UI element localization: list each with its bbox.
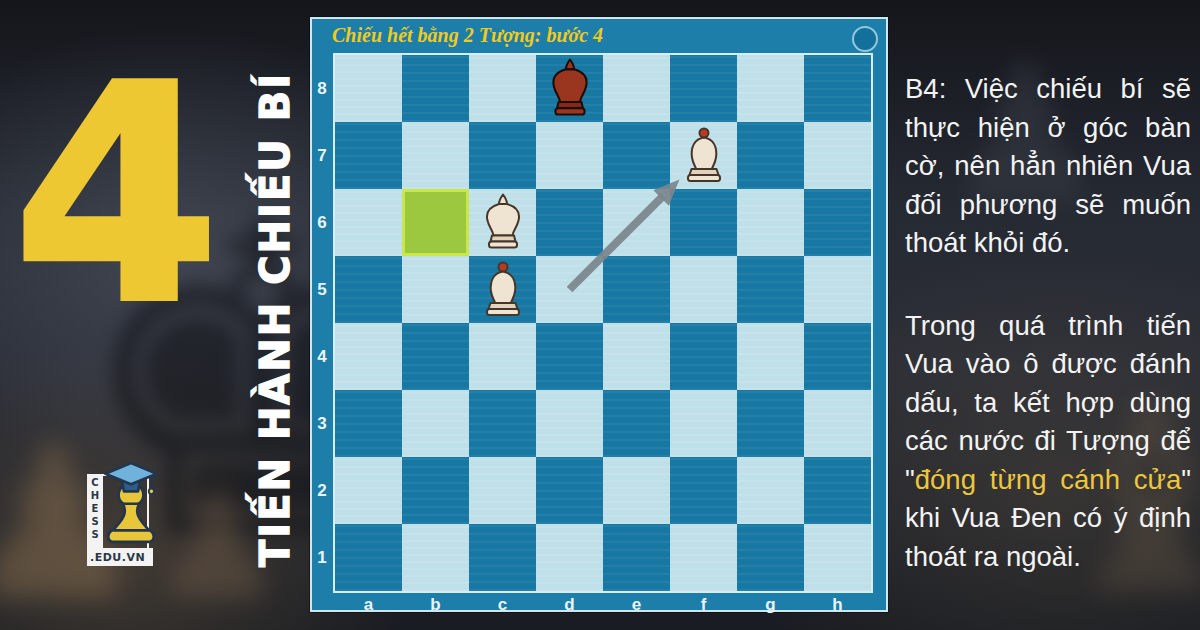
square-h6[interactable] bbox=[804, 189, 871, 256]
rank-label-2: 2 bbox=[313, 480, 331, 502]
board-grid-frame bbox=[333, 53, 873, 593]
square-f5[interactable] bbox=[670, 256, 737, 323]
square-f8[interactable] bbox=[670, 55, 737, 122]
logo-letter: S bbox=[91, 517, 98, 527]
square-f3[interactable] bbox=[670, 390, 737, 457]
square-e2[interactable] bbox=[603, 457, 670, 524]
paragraph-2-highlight: đóng từng cánh cửa bbox=[915, 464, 1181, 495]
square-e1[interactable] bbox=[603, 524, 670, 591]
logo-letter: H bbox=[91, 491, 99, 501]
rank-label-3: 3 bbox=[313, 413, 331, 435]
square-h7[interactable] bbox=[804, 122, 871, 189]
graduate-pawn-icon bbox=[100, 452, 162, 556]
square-e6[interactable] bbox=[603, 189, 670, 256]
square-a6[interactable] bbox=[335, 189, 402, 256]
square-a5[interactable] bbox=[335, 256, 402, 323]
square-g3[interactable] bbox=[737, 390, 804, 457]
square-d7[interactable] bbox=[536, 122, 603, 189]
square-g4[interactable] bbox=[737, 323, 804, 390]
square-g5[interactable] bbox=[737, 256, 804, 323]
file-label-d: d bbox=[536, 596, 603, 614]
square-h8[interactable] bbox=[804, 55, 871, 122]
square-b3[interactable] bbox=[402, 390, 469, 457]
rank-label-7: 7 bbox=[313, 145, 331, 167]
step-number: 4 bbox=[12, 46, 221, 346]
chess-edu-logo: C H E S S .EDU.VN bbox=[78, 452, 164, 578]
file-label-c: c bbox=[469, 596, 536, 614]
square-d2[interactable] bbox=[536, 457, 603, 524]
square-b7[interactable] bbox=[402, 122, 469, 189]
file-label-f: f bbox=[670, 596, 737, 614]
square-c1[interactable] bbox=[469, 524, 536, 591]
file-label-h: h bbox=[804, 596, 871, 614]
paragraph-2: Trong quá trình tiến Vua vào ô được đánh… bbox=[905, 307, 1191, 577]
square-a2[interactable] bbox=[335, 457, 402, 524]
square-d1[interactable] bbox=[536, 524, 603, 591]
explanation-text: B4: Việc chiếu bí sẽ thực hiện ở góc bàn… bbox=[905, 70, 1191, 620]
square-d6[interactable] bbox=[536, 189, 603, 256]
file-label-b: b bbox=[402, 596, 469, 614]
square-e4[interactable] bbox=[603, 323, 670, 390]
square-f2[interactable] bbox=[670, 457, 737, 524]
file-label-g: g bbox=[737, 596, 804, 614]
file-label-e: e bbox=[603, 596, 670, 614]
square-c8[interactable] bbox=[469, 55, 536, 122]
square-f4[interactable] bbox=[670, 323, 737, 390]
board-corner-circle-icon bbox=[852, 26, 878, 52]
white-king-c6[interactable] bbox=[477, 192, 529, 253]
square-b1[interactable] bbox=[402, 524, 469, 591]
logo-letter: C bbox=[91, 478, 98, 488]
square-h1[interactable] bbox=[804, 524, 871, 591]
square-f7[interactable] bbox=[670, 122, 737, 189]
square-h3[interactable] bbox=[804, 390, 871, 457]
white-bishop-f7[interactable] bbox=[679, 126, 729, 186]
square-c3[interactable] bbox=[469, 390, 536, 457]
black-king-d8[interactable] bbox=[543, 57, 597, 121]
square-a7[interactable] bbox=[335, 122, 402, 189]
white-bishop-c5[interactable] bbox=[478, 260, 528, 320]
square-b2[interactable] bbox=[402, 457, 469, 524]
square-g2[interactable] bbox=[737, 457, 804, 524]
rank-label-4: 4 bbox=[313, 346, 331, 368]
square-h2[interactable] bbox=[804, 457, 871, 524]
square-b6[interactable] bbox=[402, 189, 469, 256]
square-a4[interactable] bbox=[335, 323, 402, 390]
square-d4[interactable] bbox=[536, 323, 603, 390]
square-c5[interactable] bbox=[469, 256, 536, 323]
paragraph-1: B4: Việc chiếu bí sẽ thực hiện ở góc bàn… bbox=[905, 70, 1191, 263]
square-a3[interactable] bbox=[335, 390, 402, 457]
vertical-title: TIẾN HÀNH CHIẾU BÍ bbox=[252, 77, 302, 567]
square-d3[interactable] bbox=[536, 390, 603, 457]
rank-label-6: 6 bbox=[313, 212, 331, 234]
square-b5[interactable] bbox=[402, 256, 469, 323]
square-c4[interactable] bbox=[469, 323, 536, 390]
square-b4[interactable] bbox=[402, 323, 469, 390]
square-g8[interactable] bbox=[737, 55, 804, 122]
square-h4[interactable] bbox=[804, 323, 871, 390]
square-c6[interactable] bbox=[469, 189, 536, 256]
square-a8[interactable] bbox=[335, 55, 402, 122]
square-c2[interactable] bbox=[469, 457, 536, 524]
square-e5[interactable] bbox=[603, 256, 670, 323]
file-label-a: a bbox=[335, 596, 402, 614]
square-a1[interactable] bbox=[335, 524, 402, 591]
square-f1[interactable] bbox=[670, 524, 737, 591]
square-f6[interactable] bbox=[670, 189, 737, 256]
rank-label-5: 5 bbox=[313, 279, 331, 301]
square-e8[interactable] bbox=[603, 55, 670, 122]
logo-letter: E bbox=[92, 504, 99, 514]
square-b8[interactable] bbox=[402, 55, 469, 122]
square-e7[interactable] bbox=[603, 122, 670, 189]
square-e3[interactable] bbox=[603, 390, 670, 457]
square-g6[interactable] bbox=[737, 189, 804, 256]
square-g7[interactable] bbox=[737, 122, 804, 189]
square-d8[interactable] bbox=[536, 55, 603, 122]
chess-board-panel: Chiếu hết bằng 2 Tượng: bước 4 87654321a… bbox=[310, 17, 888, 612]
square-c7[interactable] bbox=[469, 122, 536, 189]
square-h5[interactable] bbox=[804, 256, 871, 323]
square-d5[interactable] bbox=[536, 256, 603, 323]
rank-label-1: 1 bbox=[313, 547, 331, 569]
rank-label-8: 8 bbox=[313, 78, 331, 100]
chess-board bbox=[335, 55, 871, 591]
logo-letter: S bbox=[91, 530, 98, 540]
board-title: Chiếu hết bằng 2 Tượng: bước 4 bbox=[332, 24, 603, 47]
square-g1[interactable] bbox=[737, 524, 804, 591]
